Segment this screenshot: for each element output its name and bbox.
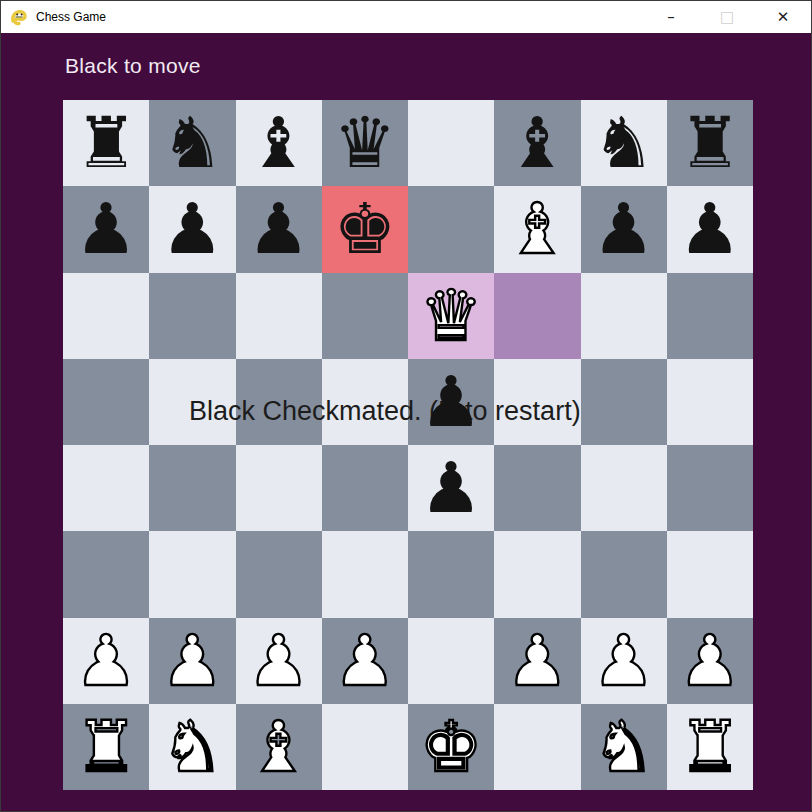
square-e5[interactable]: ♟ (408, 359, 494, 445)
square-d1[interactable] (322, 704, 408, 790)
square-c7[interactable]: ♟ (236, 186, 322, 272)
square-h2[interactable]: ♟ (667, 618, 753, 704)
square-d2[interactable]: ♟ (322, 618, 408, 704)
square-a6[interactable] (63, 273, 149, 359)
square-f7[interactable]: ♝ (494, 186, 580, 272)
square-e2[interactable] (408, 618, 494, 704)
piece-black-knight[interactable]: ♞ (592, 100, 655, 186)
square-a4[interactable] (63, 445, 149, 531)
turn-indicator: Black to move (65, 54, 201, 78)
pygame-snake-icon (9, 7, 29, 27)
piece-black-rook[interactable]: ♜ (678, 100, 741, 186)
square-f8[interactable]: ♝ (494, 100, 580, 186)
square-e6[interactable]: ♛ (408, 273, 494, 359)
square-h5[interactable] (667, 359, 753, 445)
piece-white-pawn[interactable]: ♟ (333, 618, 396, 704)
square-f2[interactable]: ♟ (494, 618, 580, 704)
minimize-button[interactable]: – (643, 1, 699, 33)
square-d3[interactable] (322, 531, 408, 617)
piece-white-knight[interactable]: ♞ (161, 704, 224, 790)
square-h4[interactable] (667, 445, 753, 531)
square-h7[interactable]: ♟ (667, 186, 753, 272)
piece-white-pawn[interactable]: ♟ (75, 618, 138, 704)
square-f4[interactable] (494, 445, 580, 531)
piece-black-bishop[interactable]: ♝ (247, 100, 310, 186)
piece-black-pawn[interactable]: ♟ (161, 186, 224, 272)
square-b7[interactable]: ♟ (149, 186, 235, 272)
square-c3[interactable] (236, 531, 322, 617)
square-c6[interactable] (236, 273, 322, 359)
square-a2[interactable]: ♟ (63, 618, 149, 704)
square-d6[interactable] (322, 273, 408, 359)
square-b1[interactable]: ♞ (149, 704, 235, 790)
square-e4[interactable]: ♟ (408, 445, 494, 531)
piece-black-pawn[interactable]: ♟ (247, 186, 310, 272)
square-d7[interactable]: ♚ (322, 186, 408, 272)
square-b4[interactable] (149, 445, 235, 531)
square-c1[interactable]: ♝ (236, 704, 322, 790)
square-g4[interactable] (581, 445, 667, 531)
square-g2[interactable]: ♟ (581, 618, 667, 704)
square-f1[interactable] (494, 704, 580, 790)
square-g8[interactable]: ♞ (581, 100, 667, 186)
square-b2[interactable]: ♟ (149, 618, 235, 704)
square-a1[interactable]: ♜ (63, 704, 149, 790)
square-g7[interactable]: ♟ (581, 186, 667, 272)
square-e7[interactable] (408, 186, 494, 272)
piece-black-bishop[interactable]: ♝ (506, 100, 569, 186)
piece-white-king[interactable]: ♚ (420, 704, 483, 790)
square-e8[interactable] (408, 100, 494, 186)
square-f6[interactable] (494, 273, 580, 359)
piece-white-pawn[interactable]: ♟ (161, 618, 224, 704)
chess-board: Black Checkmated. (R to restart) ♜♞♝♛♝♞♜… (63, 100, 753, 790)
square-e1[interactable]: ♚ (408, 704, 494, 790)
piece-black-knight[interactable]: ♞ (161, 100, 224, 186)
game-over-message: Black Checkmated. (R to restart) (189, 396, 581, 427)
piece-black-pawn[interactable]: ♟ (420, 359, 483, 445)
piece-black-pawn[interactable]: ♟ (592, 186, 655, 272)
square-c8[interactable]: ♝ (236, 100, 322, 186)
piece-black-rook[interactable]: ♜ (75, 100, 138, 186)
square-c2[interactable]: ♟ (236, 618, 322, 704)
window-title: Chess Game (36, 10, 106, 24)
piece-black-pawn[interactable]: ♟ (420, 445, 483, 531)
square-a8[interactable]: ♜ (63, 100, 149, 186)
piece-white-bishop[interactable]: ♝ (247, 704, 310, 790)
square-b8[interactable]: ♞ (149, 100, 235, 186)
close-button[interactable]: ✕ (755, 1, 811, 33)
piece-white-rook[interactable]: ♜ (678, 704, 741, 790)
piece-black-pawn[interactable]: ♟ (678, 186, 741, 272)
square-d4[interactable] (322, 445, 408, 531)
square-g3[interactable] (581, 531, 667, 617)
titlebar: Chess Game – □ ✕ (1, 1, 811, 33)
square-h6[interactable] (667, 273, 753, 359)
square-a5[interactable] (63, 359, 149, 445)
square-g1[interactable]: ♞ (581, 704, 667, 790)
square-h1[interactable]: ♜ (667, 704, 753, 790)
maximize-button: □ (699, 1, 755, 33)
chess-game-window: Chess Game – □ ✕ Black to move Black Che… (0, 0, 812, 812)
piece-white-rook[interactable]: ♜ (75, 704, 138, 790)
square-h8[interactable]: ♜ (667, 100, 753, 186)
piece-white-pawn[interactable]: ♟ (247, 618, 310, 704)
square-b6[interactable] (149, 273, 235, 359)
square-e3[interactable] (408, 531, 494, 617)
square-c4[interactable] (236, 445, 322, 531)
square-g6[interactable] (581, 273, 667, 359)
piece-black-pawn[interactable]: ♟ (75, 186, 138, 272)
piece-white-pawn[interactable]: ♟ (592, 618, 655, 704)
piece-black-king[interactable]: ♚ (333, 186, 396, 272)
square-a3[interactable] (63, 531, 149, 617)
piece-black-queen[interactable]: ♛ (333, 100, 396, 186)
square-g5[interactable] (581, 359, 667, 445)
square-b3[interactable] (149, 531, 235, 617)
square-h3[interactable] (667, 531, 753, 617)
game-area: Black to move Black Checkmated. (R to re… (1, 33, 811, 811)
piece-white-bishop[interactable]: ♝ (506, 186, 569, 272)
square-a7[interactable]: ♟ (63, 186, 149, 272)
square-f3[interactable] (494, 531, 580, 617)
piece-white-pawn[interactable]: ♟ (678, 618, 741, 704)
piece-white-pawn[interactable]: ♟ (506, 618, 569, 704)
square-d8[interactable]: ♛ (322, 100, 408, 186)
piece-white-queen[interactable]: ♛ (420, 273, 483, 359)
piece-white-knight[interactable]: ♞ (592, 704, 655, 790)
